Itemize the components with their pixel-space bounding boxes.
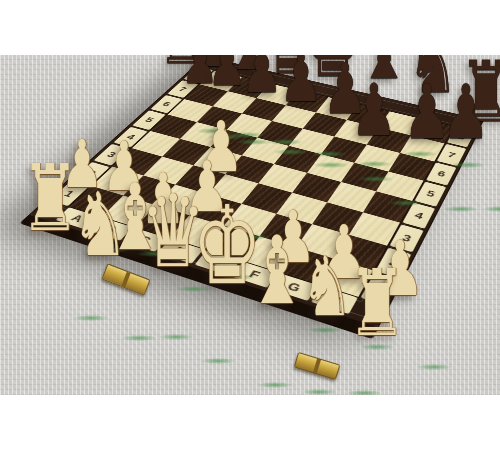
product-photo-canvas: 87654321 87654321 ABCDEFGH ♜♞♝♛♚♝♟♟♞♟♟♟♜… bbox=[0, 0, 500, 450]
felt-base bbox=[483, 206, 500, 212]
felt-base bbox=[95, 247, 129, 253]
felt-base bbox=[177, 286, 211, 292]
felt-base bbox=[417, 364, 451, 370]
black-pawn-h7: ♟ bbox=[466, 135, 500, 210]
white-pawn-h2: ♟ bbox=[400, 292, 468, 368]
table-photo: 87654321 87654321 ABCDEFGH ♜♞♝♛♚♝♟♟♞♟♟♟♜… bbox=[0, 55, 500, 395]
felt-base bbox=[347, 390, 381, 395]
brass-hinge-right bbox=[294, 352, 341, 380]
brass-hinge-left bbox=[101, 263, 150, 295]
felt-base bbox=[201, 358, 235, 364]
white-rook-h1: ♜ bbox=[377, 332, 459, 395]
chess-board: 87654321 87654321 ABCDEFGH bbox=[30, 57, 484, 328]
black-rook-h8: ♜ bbox=[486, 117, 500, 201]
felt-base bbox=[308, 327, 342, 333]
felt-base bbox=[74, 315, 108, 321]
felt-base bbox=[302, 389, 336, 395]
felt-base bbox=[122, 335, 156, 341]
felt-base bbox=[444, 206, 478, 212]
white-knight-g1: ♞ bbox=[327, 312, 401, 394]
felt-base bbox=[360, 344, 394, 350]
felt-base bbox=[258, 382, 292, 388]
felt-base bbox=[159, 334, 193, 340]
